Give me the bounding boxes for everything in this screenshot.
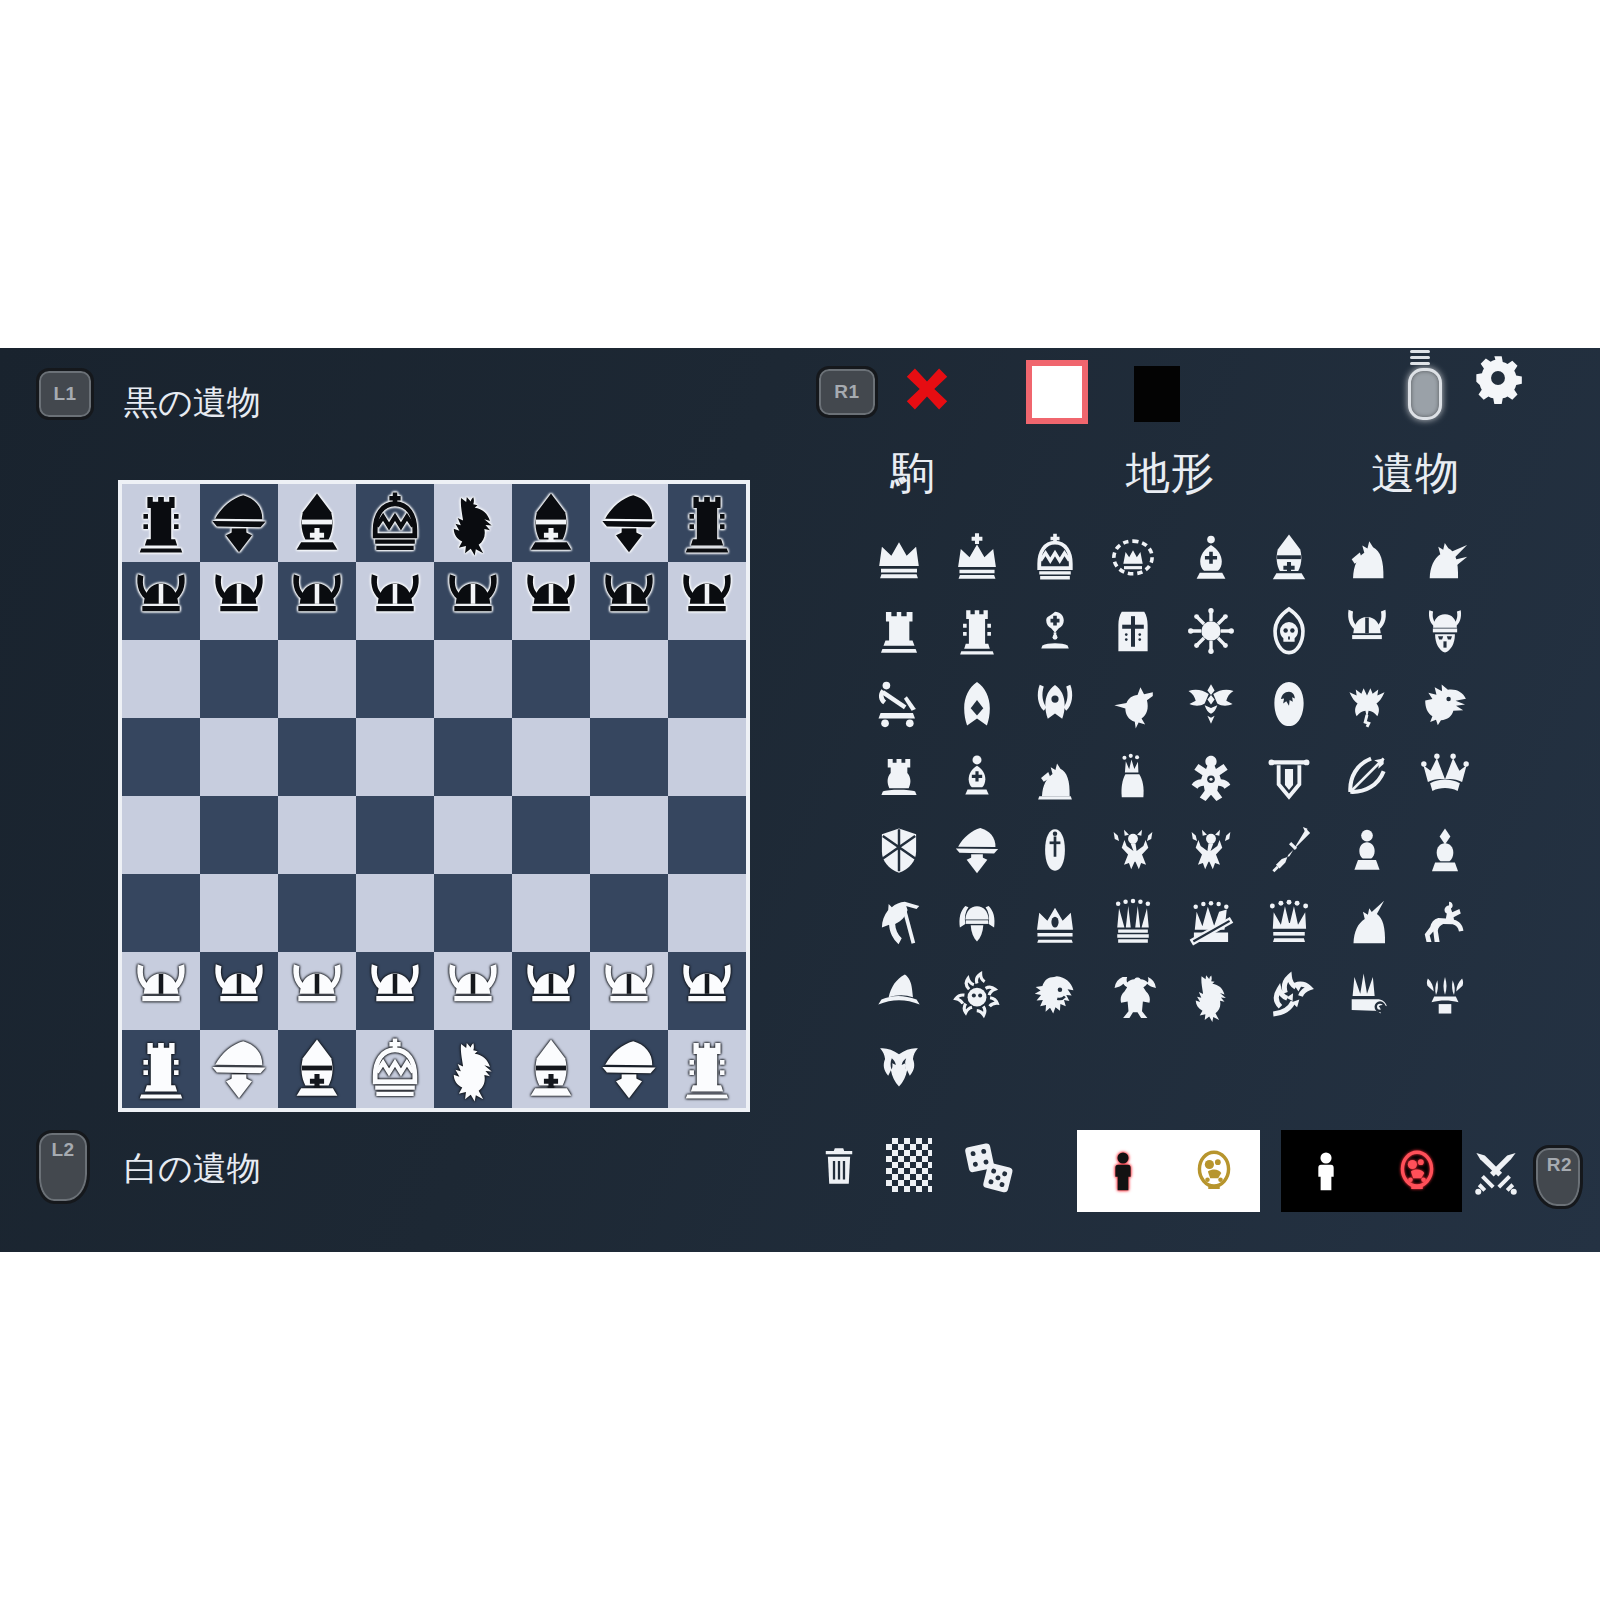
board-square[interactable]: [668, 796, 746, 874]
board-square[interactable]: [278, 952, 356, 1030]
crown-icon: [872, 531, 926, 585]
palette-icon-diamond-pawn[interactable]: [1406, 813, 1484, 886]
wizard-icon: [595, 489, 663, 557]
black-viking-helmet-piece: [517, 567, 585, 635]
board-square[interactable]: [434, 796, 512, 874]
catapult-icon: [872, 677, 926, 731]
palette-icon-crown[interactable]: [860, 521, 938, 594]
white-viking-helmet-piece: [283, 957, 351, 1025]
board-square[interactable]: [356, 562, 434, 640]
board-square[interactable]: [356, 796, 434, 874]
menu-line: [1410, 356, 1430, 359]
minotaur-icon: [1106, 969, 1160, 1023]
board-square[interactable]: [512, 562, 590, 640]
board-square[interactable]: [512, 640, 590, 718]
white-viking-helmet-piece: [517, 957, 585, 1025]
jester-hat-icon: [1418, 750, 1472, 804]
board-square[interactable]: [122, 1030, 200, 1108]
board-square[interactable]: [200, 796, 278, 874]
mitre-icon: [517, 489, 585, 557]
laurel-crown-icon: [1106, 531, 1160, 585]
palette-icon-voodoo-doll[interactable]: [1172, 740, 1250, 813]
viking-helmet-icon: [127, 957, 195, 1025]
board-square[interactable]: [200, 640, 278, 718]
medusa-icon: [950, 969, 1004, 1023]
black-griffin-piece: [439, 489, 507, 557]
palette-icon-laurel-crown[interactable]: [1094, 521, 1172, 594]
palette-icon-virus[interactable]: [1172, 594, 1250, 667]
dice-icon: [960, 1138, 1018, 1196]
imp-axes-2-icon: [1184, 823, 1238, 877]
reaper-icon: [872, 896, 926, 950]
white-wizard-piece: [205, 1035, 273, 1103]
palette-icon-flaming-skull[interactable]: [1250, 594, 1328, 667]
palette-icon-wizard[interactable]: [938, 813, 1016, 886]
zigzag-crown-icon: [1028, 531, 1082, 585]
board-square[interactable]: [668, 562, 746, 640]
board-square[interactable]: [590, 952, 668, 1030]
tower-icon: [673, 489, 741, 557]
black-viking-helmet-piece: [283, 567, 351, 635]
viking-helmet-icon: [283, 957, 351, 1025]
black-tower-piece: [127, 489, 195, 557]
board-square[interactable]: [668, 718, 746, 796]
spiral-crown-icon: [1340, 969, 1394, 1023]
board-square[interactable]: [590, 1030, 668, 1108]
palette-icon-imp-axes-1[interactable]: [1094, 813, 1172, 886]
wizard-icon: [950, 823, 1004, 877]
zigzag-crown-icon: [361, 1035, 429, 1103]
zigzag-crown-icon: [361, 489, 429, 557]
viking-helmet-icon: [673, 957, 741, 1025]
griffin-icon: [439, 489, 507, 557]
palette-icon-minotaur[interactable]: [1094, 959, 1172, 1032]
board-square[interactable]: [434, 1030, 512, 1108]
board-square[interactable]: [512, 952, 590, 1030]
palette-icon-sash-crown[interactable]: [1172, 886, 1250, 959]
board-square[interactable]: [278, 640, 356, 718]
rook-icon: [872, 604, 926, 658]
board-square[interactable]: [356, 1030, 434, 1108]
black-player-panel[interactable]: [1281, 1130, 1462, 1212]
black-wizard-piece: [595, 489, 663, 557]
palette-icon-hooded-figure[interactable]: [938, 667, 1016, 740]
palette-icon-viking-helmet[interactable]: [1328, 594, 1406, 667]
palette-icon-banner-shield[interactable]: [1250, 740, 1328, 813]
r1-button-hint[interactable]: R1: [816, 366, 878, 418]
board-square[interactable]: [512, 484, 590, 562]
palette-icon-medusa[interactable]: [938, 959, 1016, 1032]
board-square[interactable]: [434, 718, 512, 796]
white-relics-label: 白の遺物: [124, 1146, 261, 1192]
palette-icon-crusader-helm[interactable]: [1094, 594, 1172, 667]
viking-helmet-icon: [439, 567, 507, 635]
viking-helmet-icon: [205, 957, 273, 1025]
queen-crown-icon: [1262, 896, 1316, 950]
palette-icon-gem-crown[interactable]: [1016, 886, 1094, 959]
viking-warrior-icon: [1418, 604, 1472, 658]
mummy-icon: [1028, 823, 1082, 877]
white-mitre-piece: [517, 1035, 585, 1103]
palette-icon-unicorn[interactable]: [1328, 886, 1406, 959]
board-square[interactable]: [356, 874, 434, 952]
flaming-skull-icon: [1262, 604, 1316, 658]
pegasus-icon: [1418, 531, 1472, 585]
board-square[interactable]: [512, 796, 590, 874]
board-square[interactable]: [122, 484, 200, 562]
musket-icon: [1262, 823, 1316, 877]
hydra-icon: [1262, 969, 1316, 1023]
palette-icon-wyvern[interactable]: [1328, 667, 1406, 740]
board-square[interactable]: [356, 718, 434, 796]
palette-icon-antler-crown[interactable]: [1406, 959, 1484, 1032]
black-viking-helmet-piece: [673, 567, 741, 635]
palette-icon-griffin[interactable]: [1172, 959, 1250, 1032]
board-square[interactable]: [356, 640, 434, 718]
valkyrie-helm-icon: [950, 896, 1004, 950]
assassin-icon: [1028, 677, 1082, 731]
mitre-icon: [283, 1035, 351, 1103]
ai-emblem-icon: [1394, 1145, 1440, 1197]
palette-icon-spike-crown[interactable]: [1094, 886, 1172, 959]
white-color-swatch-selected[interactable]: [1026, 360, 1088, 424]
viking-helmet-icon: [361, 957, 429, 1025]
diamond-pawn-icon: [1418, 823, 1472, 877]
menu-line: [1410, 362, 1430, 365]
palette-icon-rook-small[interactable]: [860, 740, 938, 813]
board-square[interactable]: [590, 796, 668, 874]
white-viking-helmet-piece: [439, 957, 507, 1025]
palette-icon-viking-warrior[interactable]: [1406, 594, 1484, 667]
board-square[interactable]: [200, 562, 278, 640]
chess-board: [118, 480, 750, 1112]
palette-icon-tower[interactable]: [938, 594, 1016, 667]
board-square[interactable]: [122, 718, 200, 796]
virus-icon: [1184, 604, 1238, 658]
banner-shield-icon: [1262, 750, 1316, 804]
griffin-icon: [1184, 969, 1238, 1023]
board-square[interactable]: [122, 952, 200, 1030]
board-square[interactable]: [278, 562, 356, 640]
palette-icon-imp-axes-2[interactable]: [1172, 813, 1250, 886]
person-icon: [1100, 1145, 1146, 1197]
viking-helmet-icon: [283, 567, 351, 635]
board-square[interactable]: [668, 484, 746, 562]
palette-icon-witch-hat[interactable]: [860, 959, 938, 1032]
lion-head-icon: [1028, 969, 1082, 1023]
palette-icon-pegasus[interactable]: [1406, 521, 1484, 594]
crossed-swords-icon: [1468, 1146, 1524, 1202]
black-viking-helmet-piece: [205, 567, 273, 635]
white-viking-helmet-piece: [205, 957, 273, 1025]
board-square[interactable]: [668, 640, 746, 718]
palette-icon-spiral-crown[interactable]: [1328, 959, 1406, 1032]
white-player-panel[interactable]: [1077, 1130, 1260, 1212]
settings-gear-icon[interactable]: [1472, 352, 1524, 404]
palette-icon-knight[interactable]: [1328, 521, 1406, 594]
white-zigzag-crown-piece: [361, 1035, 429, 1103]
black-mitre-piece: [283, 489, 351, 557]
palette-icon-demon-mask[interactable]: [860, 1032, 938, 1105]
viking-helmet-icon: [361, 567, 429, 635]
dice-icon[interactable]: [960, 1138, 1018, 1196]
palette-icon-dragon[interactable]: [1406, 667, 1484, 740]
black-viking-helmet-piece: [595, 567, 663, 635]
voodoo-doll-icon: [1184, 750, 1238, 804]
centaur-icon: [1418, 896, 1472, 950]
board-square[interactable]: [200, 718, 278, 796]
black-tower-piece: [673, 489, 741, 557]
board-square[interactable]: [434, 484, 512, 562]
black-wizard-piece: [205, 489, 273, 557]
black-color-swatch[interactable]: [1134, 366, 1180, 422]
palette-icon-dragon-egg[interactable]: [1250, 667, 1328, 740]
gem-crown-icon: [1028, 896, 1082, 950]
palette-icon-rook[interactable]: [860, 594, 938, 667]
palette-icon-crown-cross[interactable]: [938, 521, 1016, 594]
white-viking-helmet-piece: [595, 957, 663, 1025]
wyvern-icon: [1340, 677, 1394, 731]
red-x-icon: [902, 364, 952, 414]
white-wizard-piece: [595, 1035, 663, 1103]
palette-icon-musket[interactable]: [1250, 813, 1328, 886]
board-square[interactable]: [278, 1030, 356, 1108]
palette-icon-cross-orb[interactable]: [1016, 594, 1094, 667]
board-square[interactable]: [122, 562, 200, 640]
viking-helmet-icon: [517, 567, 585, 635]
board-square[interactable]: [122, 796, 200, 874]
black-zigzag-crown-piece: [361, 489, 429, 557]
board-square[interactable]: [590, 640, 668, 718]
board-square[interactable]: [512, 874, 590, 952]
board-square[interactable]: [278, 874, 356, 952]
board-square[interactable]: [512, 718, 590, 796]
palette-icon-horse-head[interactable]: [1016, 740, 1094, 813]
viking-helmet-icon: [595, 957, 663, 1025]
cross-orb-icon: [1028, 604, 1082, 658]
bishop-icon: [1184, 531, 1238, 585]
white-mitre-piece: [283, 1035, 351, 1103]
mitre-icon: [283, 489, 351, 557]
board-square[interactable]: [590, 874, 668, 952]
palette-icon-shield[interactable]: [860, 813, 938, 886]
pawn-icon: [1340, 823, 1394, 877]
white-griffin-piece: [439, 1035, 507, 1103]
board-square[interactable]: [356, 952, 434, 1030]
black-mitre-piece: [517, 489, 585, 557]
wizard-icon: [205, 1035, 273, 1103]
board-square[interactable]: [434, 562, 512, 640]
palette-icon-bishop-small[interactable]: [938, 740, 1016, 813]
palette-icon-zigzag-crown[interactable]: [1016, 521, 1094, 594]
person-icon: [1303, 1145, 1349, 1197]
palette-icon-lion-head[interactable]: [1016, 959, 1094, 1032]
editor-stage: L1 黒の遺物 L2 白の遺物 R1 駒 地形 遺物 R2: [0, 348, 1600, 1252]
r2-button-hint[interactable]: R2: [1533, 1145, 1583, 1209]
board-square[interactable]: [356, 484, 434, 562]
board-square[interactable]: [200, 1030, 278, 1108]
witch-hat-icon: [872, 969, 926, 1023]
griffin-icon: [439, 1035, 507, 1103]
white-viking-helmet-piece: [673, 957, 741, 1025]
palette-icon-hydra[interactable]: [1250, 959, 1328, 1032]
mitre-icon: [517, 1035, 585, 1103]
black-viking-helmet-piece: [439, 567, 507, 635]
white-tower-piece: [127, 1035, 195, 1103]
imp-axes-1-icon: [1106, 823, 1160, 877]
palette-icon-pawn[interactable]: [1328, 813, 1406, 886]
palette-icon-centaur[interactable]: [1406, 886, 1484, 959]
board-square[interactable]: [668, 952, 746, 1030]
palette-icon-assassin[interactable]: [1016, 667, 1094, 740]
spike-crown-icon: [1106, 896, 1160, 950]
crowned-fist-icon: [1106, 750, 1160, 804]
board-square[interactable]: [590, 718, 668, 796]
board-square[interactable]: [278, 484, 356, 562]
crown-cross-icon: [950, 531, 1004, 585]
board-square[interactable]: [512, 1030, 590, 1108]
black-relics-label: 黒の遺物: [124, 380, 261, 426]
palette-icon-mummy[interactable]: [1016, 813, 1094, 886]
palette-icon-bow[interactable]: [1328, 740, 1406, 813]
knight-icon: [1340, 531, 1394, 585]
board-square[interactable]: [434, 952, 512, 1030]
palette-icon-catapult[interactable]: [860, 667, 938, 740]
white-player-ai-icon[interactable]: [1191, 1145, 1237, 1197]
board-square[interactable]: [122, 874, 200, 952]
viking-helmet-icon: [1340, 604, 1394, 658]
battle-crossed-swords-icon[interactable]: [1468, 1146, 1524, 1202]
palette-icon-reaper[interactable]: [860, 886, 938, 959]
white-player-human-icon[interactable]: [1100, 1145, 1146, 1197]
bishop-small-icon: [950, 750, 1004, 804]
bow-icon: [1340, 750, 1394, 804]
white-tower-piece: [673, 1035, 741, 1103]
palette-icon-crow[interactable]: [1094, 667, 1172, 740]
crow-icon: [1106, 677, 1160, 731]
tower-icon: [950, 604, 1004, 658]
hooded-figure-icon: [950, 677, 1004, 731]
board-square[interactable]: [590, 484, 668, 562]
palette-icon-jester-hat[interactable]: [1406, 740, 1484, 813]
gear-icon: [1472, 352, 1524, 404]
palette-icon-bishop[interactable]: [1172, 521, 1250, 594]
trash-icon: [816, 1143, 862, 1189]
black-viking-helmet-piece: [127, 567, 195, 635]
checkerboard-icon[interactable]: [886, 1138, 932, 1192]
wizard-icon: [595, 1035, 663, 1103]
palette-icon-queen-crown[interactable]: [1250, 886, 1328, 959]
tower-icon: [127, 1035, 195, 1103]
l1-button-hint[interactable]: L1: [36, 368, 94, 420]
palette-icon-valkyrie-helm[interactable]: [938, 886, 1016, 959]
viking-helmet-icon: [517, 957, 585, 1025]
tab-pieces[interactable]: 駒: [848, 444, 978, 503]
menu-line: [1410, 350, 1430, 353]
sash-crown-icon: [1184, 896, 1238, 950]
tab-relics[interactable]: 遺物: [1350, 444, 1480, 503]
touchpad-button-icon[interactable]: [1408, 368, 1442, 420]
viking-helmet-icon: [595, 567, 663, 635]
board-square[interactable]: [278, 796, 356, 874]
board-square[interactable]: [668, 1030, 746, 1108]
menu-icon[interactable]: [1410, 350, 1430, 368]
ai-emblem-icon: [1191, 1145, 1237, 1197]
board-square[interactable]: [200, 484, 278, 562]
board-square[interactable]: [200, 952, 278, 1030]
dragon-icon: [1418, 677, 1472, 731]
board-square[interactable]: [278, 718, 356, 796]
palette-icon-crowned-fist[interactable]: [1094, 740, 1172, 813]
eraser-x-icon[interactable]: [902, 364, 952, 414]
l2-button-hint[interactable]: L2: [36, 1130, 90, 1204]
rook-small-icon: [872, 750, 926, 804]
board-square[interactable]: [122, 640, 200, 718]
viking-helmet-icon: [439, 957, 507, 1025]
white-viking-helmet-piece: [127, 957, 195, 1025]
piece-palette: [860, 521, 1484, 1105]
horse-head-icon: [1028, 750, 1082, 804]
board-square[interactable]: [200, 874, 278, 952]
board-square[interactable]: [434, 640, 512, 718]
trash-icon[interactable]: [816, 1143, 862, 1189]
black-viking-helmet-piece: [361, 567, 429, 635]
dragon-egg-icon: [1262, 677, 1316, 731]
viking-helmet-icon: [673, 567, 741, 635]
wizard-icon: [205, 489, 273, 557]
black-player-human-icon[interactable]: [1303, 1145, 1349, 1197]
board-square[interactable]: [434, 874, 512, 952]
viking-helmet-icon: [205, 567, 273, 635]
demon-mask-icon: [872, 1042, 926, 1096]
phoenix-icon: [1184, 677, 1238, 731]
antler-crown-icon: [1418, 969, 1472, 1023]
shield-icon: [872, 823, 926, 877]
board-square[interactable]: [668, 874, 746, 952]
tab-terrain[interactable]: 地形: [1105, 444, 1235, 503]
palette-icon-mitre[interactable]: [1250, 521, 1328, 594]
viking-helmet-icon: [127, 567, 195, 635]
white-viking-helmet-piece: [361, 957, 429, 1025]
black-player-ai-icon[interactable]: [1394, 1145, 1440, 1197]
crusader-helm-icon: [1106, 604, 1160, 658]
mitre-icon: [1262, 531, 1316, 585]
tower-icon: [673, 1035, 741, 1103]
tower-icon: [127, 489, 195, 557]
palette-icon-phoenix[interactable]: [1172, 667, 1250, 740]
board-square[interactable]: [590, 562, 668, 640]
unicorn-icon: [1340, 896, 1394, 950]
